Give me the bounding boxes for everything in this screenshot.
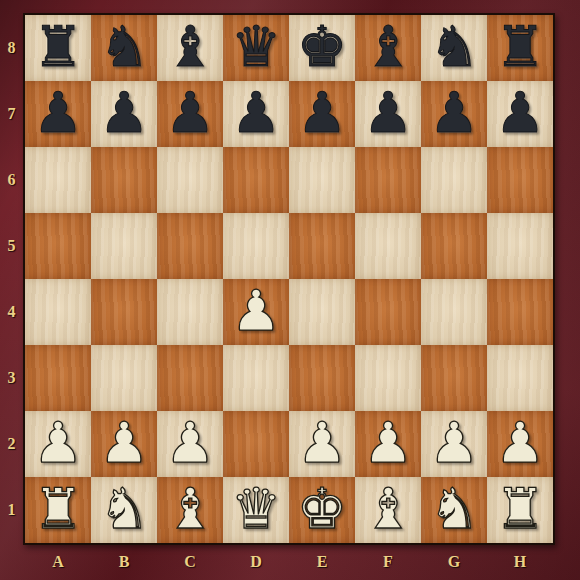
rank-label-5: 5 — [0, 213, 23, 279]
square-e3[interactable] — [289, 345, 355, 411]
file-label-a: A — [25, 547, 91, 577]
piece-white-pawn[interactable]: ♟ — [99, 410, 149, 476]
rank-label-8: 8 — [0, 15, 23, 81]
square-f6[interactable] — [355, 147, 421, 213]
square-b8[interactable]: ♞ — [91, 15, 157, 81]
piece-black-pawn[interactable]: ♟ — [165, 80, 215, 146]
square-a8[interactable]: ♜ — [25, 15, 91, 81]
piece-white-bishop[interactable]: ♝ — [363, 476, 413, 542]
square-f2[interactable]: ♟ — [355, 411, 421, 477]
square-e1[interactable]: ♚ — [289, 477, 355, 543]
square-g8[interactable]: ♞ — [421, 15, 487, 81]
square-e4[interactable] — [289, 279, 355, 345]
rank-label-3: 3 — [0, 345, 23, 411]
square-h1[interactable]: ♜ — [487, 477, 553, 543]
square-b1[interactable]: ♞ — [91, 477, 157, 543]
piece-black-queen[interactable]: ♛ — [231, 14, 281, 80]
square-b4[interactable] — [91, 279, 157, 345]
piece-white-knight[interactable]: ♞ — [99, 476, 149, 542]
square-c1[interactable]: ♝ — [157, 477, 223, 543]
piece-black-bishop[interactable]: ♝ — [363, 14, 413, 80]
square-c2[interactable]: ♟ — [157, 411, 223, 477]
square-g4[interactable] — [421, 279, 487, 345]
square-g6[interactable] — [421, 147, 487, 213]
square-c5[interactable] — [157, 213, 223, 279]
square-c7[interactable]: ♟ — [157, 81, 223, 147]
file-label-e: E — [289, 547, 355, 577]
piece-white-rook[interactable]: ♜ — [33, 476, 83, 542]
square-b5[interactable] — [91, 213, 157, 279]
square-e2[interactable]: ♟ — [289, 411, 355, 477]
piece-white-pawn[interactable]: ♟ — [33, 410, 83, 476]
file-label-b: B — [91, 547, 157, 577]
piece-black-pawn[interactable]: ♟ — [429, 80, 479, 146]
piece-black-pawn[interactable]: ♟ — [495, 80, 545, 146]
piece-white-knight[interactable]: ♞ — [429, 476, 479, 542]
square-d1[interactable]: ♛ — [223, 477, 289, 543]
square-b6[interactable] — [91, 147, 157, 213]
piece-white-pawn[interactable]: ♟ — [429, 410, 479, 476]
square-g5[interactable] — [421, 213, 487, 279]
piece-white-bishop[interactable]: ♝ — [165, 476, 215, 542]
square-a2[interactable]: ♟ — [25, 411, 91, 477]
piece-black-rook[interactable]: ♜ — [495, 14, 545, 80]
square-h4[interactable] — [487, 279, 553, 345]
square-e5[interactable] — [289, 213, 355, 279]
piece-black-king[interactable]: ♚ — [297, 14, 347, 80]
piece-white-rook[interactable]: ♜ — [495, 476, 545, 542]
square-g1[interactable]: ♞ — [421, 477, 487, 543]
square-h2[interactable]: ♟ — [487, 411, 553, 477]
piece-black-knight[interactable]: ♞ — [429, 14, 479, 80]
square-f5[interactable] — [355, 213, 421, 279]
square-f3[interactable] — [355, 345, 421, 411]
square-e6[interactable] — [289, 147, 355, 213]
piece-white-pawn[interactable]: ♟ — [363, 410, 413, 476]
square-a5[interactable] — [25, 213, 91, 279]
file-label-g: G — [421, 547, 487, 577]
piece-black-knight[interactable]: ♞ — [99, 14, 149, 80]
square-h6[interactable] — [487, 147, 553, 213]
file-label-d: D — [223, 547, 289, 577]
square-d3[interactable] — [223, 345, 289, 411]
piece-white-pawn[interactable]: ♟ — [297, 410, 347, 476]
piece-white-queen[interactable]: ♛ — [231, 476, 281, 542]
square-g2[interactable]: ♟ — [421, 411, 487, 477]
piece-white-king[interactable]: ♚ — [297, 476, 347, 542]
piece-white-pawn[interactable]: ♟ — [495, 410, 545, 476]
square-d5[interactable] — [223, 213, 289, 279]
square-g3[interactable] — [421, 345, 487, 411]
square-h3[interactable] — [487, 345, 553, 411]
file-label-h: H — [487, 547, 553, 577]
square-c4[interactable] — [157, 279, 223, 345]
square-c3[interactable] — [157, 345, 223, 411]
piece-black-pawn[interactable]: ♟ — [297, 80, 347, 146]
square-d8[interactable]: ♛ — [223, 15, 289, 81]
square-f8[interactable]: ♝ — [355, 15, 421, 81]
square-a7[interactable]: ♟ — [25, 81, 91, 147]
square-d7[interactable]: ♟ — [223, 81, 289, 147]
square-b7[interactable]: ♟ — [91, 81, 157, 147]
square-f1[interactable]: ♝ — [355, 477, 421, 543]
square-b2[interactable]: ♟ — [91, 411, 157, 477]
square-f7[interactable]: ♟ — [355, 81, 421, 147]
square-h8[interactable]: ♜ — [487, 15, 553, 81]
square-e8[interactable]: ♚ — [289, 15, 355, 81]
square-h7[interactable]: ♟ — [487, 81, 553, 147]
piece-black-pawn[interactable]: ♟ — [99, 80, 149, 146]
square-c6[interactable] — [157, 147, 223, 213]
piece-black-pawn[interactable]: ♟ — [33, 80, 83, 146]
square-a3[interactable] — [25, 345, 91, 411]
square-b3[interactable] — [91, 345, 157, 411]
square-d4[interactable]: ♟ — [223, 279, 289, 345]
piece-white-pawn[interactable]: ♟ — [231, 278, 281, 344]
square-c8[interactable]: ♝ — [157, 15, 223, 81]
piece-black-pawn[interactable]: ♟ — [363, 80, 413, 146]
board-frame: 87654321 ♜♞♝♛♚♝♞♜♟♟♟♟♟♟♟♟♟♟♟♟♟♟♟♟♜♞♝♛♚♝♞… — [0, 0, 580, 580]
file-labels: ABCDEFGH — [25, 547, 553, 577]
piece-black-bishop[interactable]: ♝ — [165, 14, 215, 80]
square-g7[interactable]: ♟ — [421, 81, 487, 147]
square-d2[interactable] — [223, 411, 289, 477]
piece-black-rook[interactable]: ♜ — [33, 14, 83, 80]
square-a4[interactable] — [25, 279, 91, 345]
chess-board: ♜♞♝♛♚♝♞♜♟♟♟♟♟♟♟♟♟♟♟♟♟♟♟♟♜♞♝♛♚♝♞♜ — [23, 13, 555, 545]
piece-black-pawn[interactable]: ♟ — [231, 80, 281, 146]
file-label-f: F — [355, 547, 421, 577]
piece-white-pawn[interactable]: ♟ — [165, 410, 215, 476]
rank-label-1: 1 — [0, 477, 23, 543]
square-f4[interactable] — [355, 279, 421, 345]
square-a6[interactable] — [25, 147, 91, 213]
rank-labels: 87654321 — [0, 15, 23, 543]
square-e7[interactable]: ♟ — [289, 81, 355, 147]
rank-label-2: 2 — [0, 411, 23, 477]
rank-label-7: 7 — [0, 81, 23, 147]
rank-label-4: 4 — [0, 279, 23, 345]
rank-label-6: 6 — [0, 147, 23, 213]
square-h5[interactable] — [487, 213, 553, 279]
file-label-c: C — [157, 547, 223, 577]
square-d6[interactable] — [223, 147, 289, 213]
square-a1[interactable]: ♜ — [25, 477, 91, 543]
